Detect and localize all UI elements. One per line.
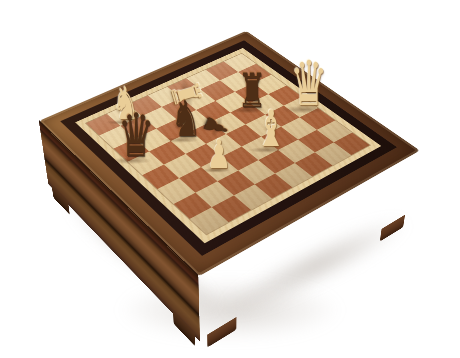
piece-white-bishop[interactable]: ♝	[256, 104, 286, 154]
box-foot-far-left	[52, 185, 70, 215]
square-d1	[254, 173, 292, 198]
piece-black-queen[interactable]: ♛	[118, 105, 155, 165]
square-g1	[314, 142, 351, 165]
piece-black-knight[interactable]: ♞	[171, 94, 201, 144]
square-d2	[238, 160, 275, 184]
square-b2	[195, 181, 233, 207]
square-b4	[164, 154, 201, 178]
square-a2	[173, 192, 211, 218]
piece-white-pawn[interactable]: ♟	[207, 134, 231, 174]
square-b1	[212, 195, 251, 222]
box-foot-near-corner-front	[207, 317, 236, 348]
square-a1	[190, 207, 229, 234]
square-c1	[233, 184, 271, 210]
square-h1	[333, 132, 369, 155]
piece-white-queen[interactable]: ♛	[290, 53, 328, 115]
box-foot-near-corner-left	[173, 311, 195, 346]
photo-canvas: ♜ ♛ ♜ ♞ ♟ ♞ ♝ ♛ ♟	[0, 0, 460, 358]
square-a3	[158, 178, 196, 204]
square-f1	[295, 152, 332, 176]
square-e1	[275, 163, 312, 188]
